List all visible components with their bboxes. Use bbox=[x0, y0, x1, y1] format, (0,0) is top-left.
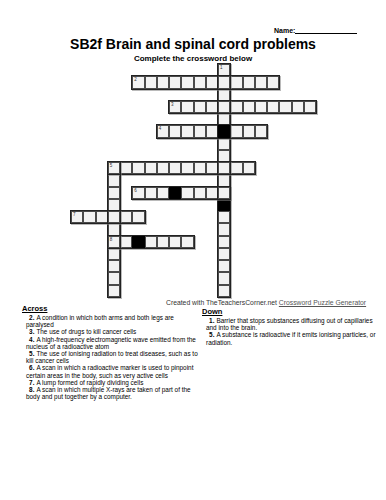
black-cell bbox=[218, 199, 230, 211]
grid-cell[interactable] bbox=[132, 162, 144, 174]
grid-cell[interactable] bbox=[218, 101, 230, 113]
down-clues-section: Down 1. Barrier that stops substances di… bbox=[202, 307, 382, 346]
grid-cell[interactable] bbox=[120, 162, 132, 174]
grid-cell[interactable] bbox=[132, 211, 144, 223]
clue-number: 5 bbox=[110, 163, 113, 168]
grid-cell[interactable] bbox=[218, 174, 230, 186]
grid-cell[interactable] bbox=[145, 236, 157, 248]
grid-cell[interactable] bbox=[96, 211, 108, 223]
grid-cell[interactable] bbox=[218, 260, 230, 272]
name-field: Name: bbox=[274, 26, 357, 34]
grid-cell[interactable] bbox=[255, 125, 267, 137]
grid-cell[interactable] bbox=[83, 211, 95, 223]
grid-cell[interactable] bbox=[255, 76, 267, 88]
grid-cell[interactable] bbox=[169, 125, 181, 137]
clue-number: 7 bbox=[73, 212, 76, 217]
grid-cell[interactable] bbox=[218, 272, 230, 284]
grid-cell[interactable]: 3 bbox=[169, 101, 181, 113]
page-title: SB2f Brain and spinal cord problems bbox=[0, 36, 386, 52]
grid-cell[interactable] bbox=[145, 162, 157, 174]
grid-cell[interactable] bbox=[230, 101, 242, 113]
credit-link[interactable]: Crossword Puzzle Generator bbox=[279, 299, 366, 306]
grid-cell[interactable] bbox=[243, 76, 255, 88]
clue-number: 1 bbox=[220, 65, 223, 70]
grid-cell[interactable] bbox=[218, 162, 230, 174]
grid-cell[interactable] bbox=[230, 125, 242, 137]
grid-cell[interactable] bbox=[181, 101, 193, 113]
grid-cell[interactable] bbox=[181, 162, 193, 174]
grid-cell[interactable]: 4 bbox=[157, 125, 169, 137]
grid-cell[interactable] bbox=[194, 125, 206, 137]
clue-item: 1. Barrier that stops substances diffusi… bbox=[202, 317, 382, 331]
grid-cell[interactable] bbox=[157, 76, 169, 88]
grid-cell[interactable] bbox=[218, 89, 230, 101]
grid-cell[interactable] bbox=[243, 125, 255, 137]
grid-cell[interactable] bbox=[181, 236, 193, 248]
grid-cell[interactable] bbox=[206, 101, 218, 113]
clue-item: 3. The use of drugs to kill cancer cells bbox=[22, 328, 200, 335]
black-cell bbox=[218, 125, 230, 137]
grid-cell[interactable] bbox=[108, 187, 120, 199]
grid-cell[interactable] bbox=[108, 211, 120, 223]
grid-cell[interactable] bbox=[206, 76, 218, 88]
grid-cell[interactable] bbox=[255, 101, 267, 113]
grid-cell[interactable] bbox=[218, 236, 230, 248]
grid-cell[interactable]: 5 bbox=[108, 162, 120, 174]
grid-cell[interactable] bbox=[218, 76, 230, 88]
grid-cell[interactable] bbox=[169, 162, 181, 174]
grid-cell[interactable] bbox=[194, 187, 206, 199]
grid-cell[interactable] bbox=[108, 260, 120, 272]
clue-item: 4. A high-frequency electromagnetic wave… bbox=[22, 336, 200, 350]
crossword-grid: 12345678 bbox=[71, 64, 316, 297]
grid-cell[interactable] bbox=[169, 76, 181, 88]
clue-item: 5. A substance is radioactive if it emit… bbox=[202, 331, 382, 345]
grid-cell[interactable] bbox=[206, 162, 218, 174]
clue-item: 2. A condition in which both arms and bo… bbox=[22, 314, 200, 328]
grid-cell[interactable] bbox=[218, 150, 230, 162]
page-subtitle: Complete the crossword below bbox=[0, 54, 386, 63]
across-clues-section: Across 2. A condition in which both arms… bbox=[22, 304, 200, 400]
grid-cell[interactable] bbox=[108, 272, 120, 284]
grid-cell[interactable] bbox=[145, 76, 157, 88]
grid-cell[interactable] bbox=[292, 101, 304, 113]
black-cell bbox=[169, 187, 181, 199]
clue-item: 7. A lump formed of rapidly dividing cel… bbox=[22, 379, 200, 386]
clue-number: 2 bbox=[134, 77, 137, 82]
clue-number: 8 bbox=[110, 237, 113, 242]
name-blank-line bbox=[295, 26, 357, 34]
grid-cell[interactable] bbox=[218, 211, 230, 223]
grid-cell[interactable] bbox=[243, 101, 255, 113]
grid-cell[interactable] bbox=[157, 187, 169, 199]
grid-cell[interactable] bbox=[145, 187, 157, 199]
clue-item: 8. A scan in which multiple X-rays are t… bbox=[22, 386, 200, 400]
clue-item: 5. The use of ionising radiation to trea… bbox=[22, 350, 200, 364]
grid-cell[interactable] bbox=[194, 162, 206, 174]
name-label: Name: bbox=[274, 27, 295, 34]
grid-cell[interactable] bbox=[108, 223, 120, 235]
grid-cell[interactable]: 1 bbox=[218, 64, 230, 76]
clue-item: 6. A scan in which a radioactive marker … bbox=[22, 364, 200, 378]
grid-cell[interactable] bbox=[304, 101, 316, 113]
across-clue-list: 2. A condition in which both arms and bo… bbox=[22, 314, 200, 400]
grid-cell[interactable] bbox=[206, 125, 218, 137]
grid-cell[interactable] bbox=[230, 76, 242, 88]
grid-cell[interactable] bbox=[108, 199, 120, 211]
grid-cell[interactable] bbox=[243, 162, 255, 174]
black-cell bbox=[132, 236, 144, 248]
grid-cell[interactable] bbox=[267, 76, 279, 88]
grid-cell[interactable] bbox=[279, 101, 291, 113]
grid-cell[interactable]: 7 bbox=[71, 211, 83, 223]
grid-cell[interactable] bbox=[181, 187, 193, 199]
grid-cell[interactable] bbox=[181, 76, 193, 88]
grid-cell[interactable] bbox=[108, 285, 120, 297]
grid-cell[interactable] bbox=[267, 101, 279, 113]
grid-cell[interactable] bbox=[194, 76, 206, 88]
grid-cell[interactable] bbox=[218, 285, 230, 297]
grid-cell[interactable] bbox=[108, 248, 120, 260]
grid-cell[interactable] bbox=[218, 113, 230, 125]
grid-cell[interactable] bbox=[169, 236, 181, 248]
across-header: Across bbox=[22, 304, 200, 313]
grid-cell[interactable] bbox=[157, 162, 169, 174]
grid-cell[interactable] bbox=[120, 236, 132, 248]
grid-cell[interactable] bbox=[120, 211, 132, 223]
clue-number: 4 bbox=[159, 126, 162, 131]
grid-cell[interactable] bbox=[230, 162, 242, 174]
grid-cell[interactable] bbox=[157, 236, 169, 248]
grid-cell[interactable] bbox=[108, 174, 120, 186]
grid-cell[interactable] bbox=[218, 138, 230, 150]
grid-cell[interactable]: 6 bbox=[132, 187, 144, 199]
grid-cell[interactable] bbox=[206, 187, 218, 199]
grid-cell[interactable] bbox=[181, 125, 193, 137]
grid-cell[interactable] bbox=[218, 187, 230, 199]
down-header: Down bbox=[202, 307, 382, 316]
grid-cell[interactable]: 2 bbox=[132, 76, 144, 88]
grid-cell[interactable]: 8 bbox=[108, 236, 120, 248]
grid-cell[interactable] bbox=[218, 223, 230, 235]
clue-number: 6 bbox=[134, 188, 137, 193]
down-clue-list: 1. Barrier that stops substances diffusi… bbox=[202, 317, 382, 346]
clue-number: 3 bbox=[171, 102, 174, 107]
grid-cell[interactable] bbox=[218, 248, 230, 260]
grid-cell[interactable] bbox=[194, 101, 206, 113]
